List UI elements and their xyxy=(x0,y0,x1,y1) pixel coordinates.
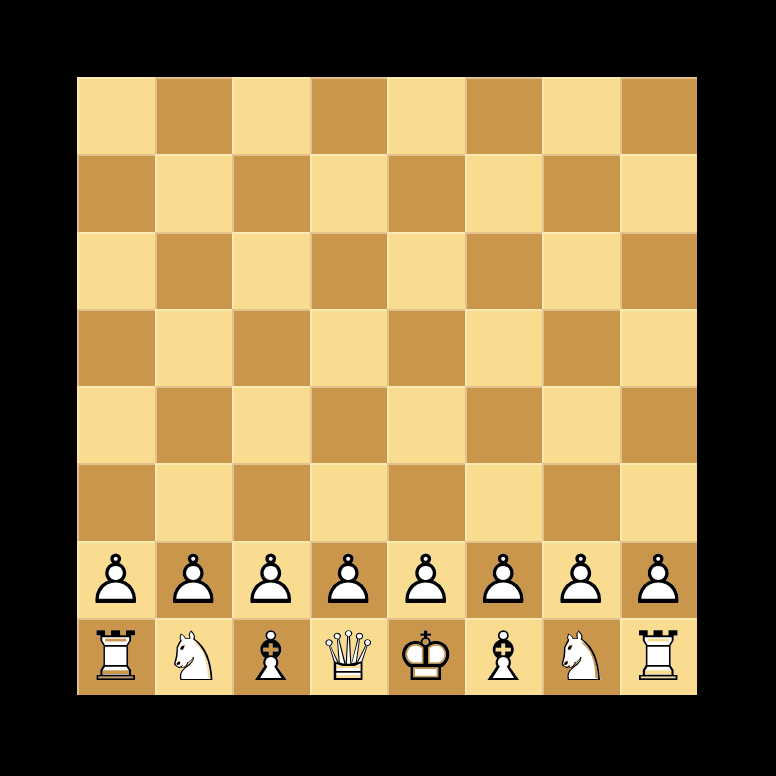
square-b5[interactable] xyxy=(155,309,233,386)
square-a6[interactable] xyxy=(77,232,155,309)
piece-white-rook[interactable]: ♜♖ xyxy=(77,618,155,695)
chessboard: ♟♙♟♙♟♙♟♙♟♙♟♙♟♙♟♙♜♖♞♘♝♗♛♕♚♔♝♗♞♘♜♖ xyxy=(77,77,697,695)
square-e2[interactable]: ♟♙ xyxy=(387,541,465,618)
square-f5[interactable] xyxy=(465,309,543,386)
square-b6[interactable] xyxy=(155,232,233,309)
square-h8[interactable] xyxy=(620,77,698,154)
white-pawn-outline-glyph: ♙ xyxy=(240,546,301,614)
piece-white-bishop[interactable]: ♝♗ xyxy=(232,618,310,695)
square-e5[interactable] xyxy=(387,309,465,386)
square-a7[interactable] xyxy=(77,154,155,231)
square-f8[interactable] xyxy=(465,77,543,154)
square-c3[interactable] xyxy=(232,463,310,540)
white-pawn-outline-glyph: ♙ xyxy=(628,546,689,614)
square-a5[interactable] xyxy=(77,309,155,386)
square-f6[interactable] xyxy=(465,232,543,309)
white-rook-outline-glyph: ♖ xyxy=(85,623,146,691)
square-h3[interactable] xyxy=(620,463,698,540)
square-a1[interactable]: ♜♖ xyxy=(77,618,155,695)
piece-white-knight[interactable]: ♞♘ xyxy=(155,618,233,695)
square-c6[interactable] xyxy=(232,232,310,309)
square-g6[interactable] xyxy=(542,232,620,309)
white-pawn-outline-glyph: ♙ xyxy=(318,546,379,614)
white-knight-outline-glyph: ♘ xyxy=(163,623,224,691)
square-a4[interactable] xyxy=(77,386,155,463)
square-g7[interactable] xyxy=(542,154,620,231)
piece-white-rook[interactable]: ♜♖ xyxy=(620,618,698,695)
square-f7[interactable] xyxy=(465,154,543,231)
square-c8[interactable] xyxy=(232,77,310,154)
white-rook-outline-glyph: ♖ xyxy=(628,623,689,691)
square-c7[interactable] xyxy=(232,154,310,231)
square-a3[interactable] xyxy=(77,463,155,540)
square-g5[interactable] xyxy=(542,309,620,386)
white-pawn-outline-glyph: ♙ xyxy=(163,546,224,614)
piece-white-pawn[interactable]: ♟♙ xyxy=(155,541,233,618)
piece-white-pawn[interactable]: ♟♙ xyxy=(542,541,620,618)
square-b4[interactable] xyxy=(155,386,233,463)
square-a2[interactable]: ♟♙ xyxy=(77,541,155,618)
piece-white-pawn[interactable]: ♟♙ xyxy=(310,541,388,618)
square-g4[interactable] xyxy=(542,386,620,463)
white-king-outline-glyph: ♔ xyxy=(395,623,456,691)
white-bishop-outline-glyph: ♗ xyxy=(473,623,534,691)
square-d6[interactable] xyxy=(310,232,388,309)
piece-white-king[interactable]: ♚♔ xyxy=(387,618,465,695)
white-pawn-outline-glyph: ♙ xyxy=(85,546,146,614)
square-e4[interactable] xyxy=(387,386,465,463)
square-b7[interactable] xyxy=(155,154,233,231)
square-g8[interactable] xyxy=(542,77,620,154)
square-f2[interactable]: ♟♙ xyxy=(465,541,543,618)
piece-white-pawn[interactable]: ♟♙ xyxy=(77,541,155,618)
square-f3[interactable] xyxy=(465,463,543,540)
square-h2[interactable]: ♟♙ xyxy=(620,541,698,618)
piece-white-bishop[interactable]: ♝♗ xyxy=(465,618,543,695)
square-c4[interactable] xyxy=(232,386,310,463)
white-pawn-outline-glyph: ♙ xyxy=(395,546,456,614)
square-b8[interactable] xyxy=(155,77,233,154)
square-g1[interactable]: ♞♘ xyxy=(542,618,620,695)
square-d2[interactable]: ♟♙ xyxy=(310,541,388,618)
square-d1[interactable]: ♛♕ xyxy=(310,618,388,695)
square-e1[interactable]: ♚♔ xyxy=(387,618,465,695)
white-pawn-outline-glyph: ♙ xyxy=(473,546,534,614)
square-g2[interactable]: ♟♙ xyxy=(542,541,620,618)
square-d4[interactable] xyxy=(310,386,388,463)
white-knight-outline-glyph: ♘ xyxy=(550,623,611,691)
square-e8[interactable] xyxy=(387,77,465,154)
piece-white-pawn[interactable]: ♟♙ xyxy=(465,541,543,618)
square-e6[interactable] xyxy=(387,232,465,309)
square-h7[interactable] xyxy=(620,154,698,231)
piece-white-pawn[interactable]: ♟♙ xyxy=(620,541,698,618)
square-f1[interactable]: ♝♗ xyxy=(465,618,543,695)
square-b3[interactable] xyxy=(155,463,233,540)
piece-white-knight[interactable]: ♞♘ xyxy=(542,618,620,695)
square-c2[interactable]: ♟♙ xyxy=(232,541,310,618)
square-h1[interactable]: ♜♖ xyxy=(620,618,698,695)
square-h5[interactable] xyxy=(620,309,698,386)
square-h6[interactable] xyxy=(620,232,698,309)
piece-white-queen[interactable]: ♛♕ xyxy=(310,618,388,695)
square-d3[interactable] xyxy=(310,463,388,540)
square-g3[interactable] xyxy=(542,463,620,540)
square-d5[interactable] xyxy=(310,309,388,386)
square-c1[interactable]: ♝♗ xyxy=(232,618,310,695)
square-c5[interactable] xyxy=(232,309,310,386)
square-e7[interactable] xyxy=(387,154,465,231)
square-h4[interactable] xyxy=(620,386,698,463)
square-b2[interactable]: ♟♙ xyxy=(155,541,233,618)
square-e3[interactable] xyxy=(387,463,465,540)
white-bishop-outline-glyph: ♗ xyxy=(240,623,301,691)
square-b1[interactable]: ♞♘ xyxy=(155,618,233,695)
square-d7[interactable] xyxy=(310,154,388,231)
white-queen-outline-glyph: ♕ xyxy=(318,623,379,691)
square-f4[interactable] xyxy=(465,386,543,463)
piece-white-pawn[interactable]: ♟♙ xyxy=(387,541,465,618)
square-d8[interactable] xyxy=(310,77,388,154)
piece-white-pawn[interactable]: ♟♙ xyxy=(232,541,310,618)
white-pawn-outline-glyph: ♙ xyxy=(550,546,611,614)
square-a8[interactable] xyxy=(77,77,155,154)
